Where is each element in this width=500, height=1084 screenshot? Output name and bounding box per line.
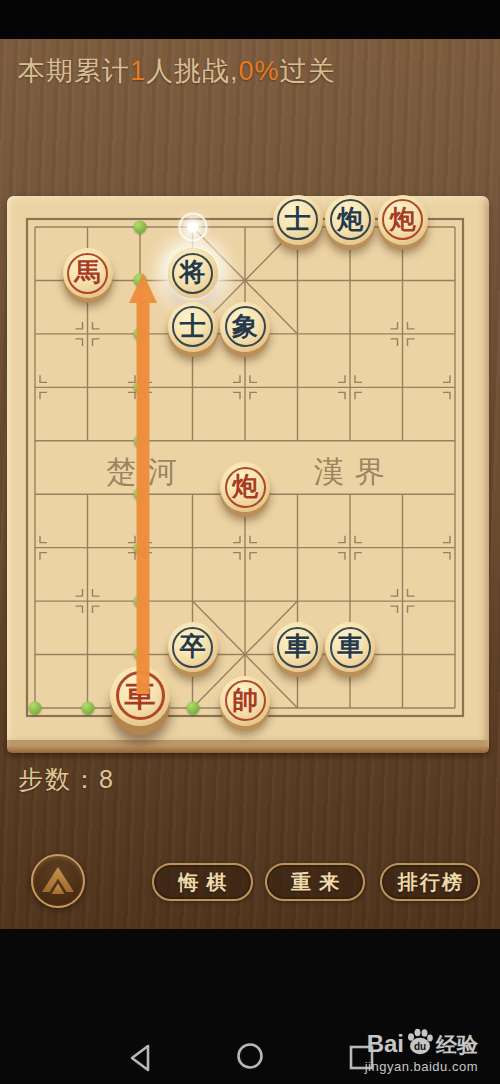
point-c4-r3[interactable] [219,361,272,414]
point-c7-r4[interactable] [376,414,429,467]
challenger-count: 1 [130,56,146,86]
point-c5-r9[interactable] [271,681,324,734]
point-c2-r0[interactable] [114,200,167,253]
point-c7-r1[interactable] [376,254,429,307]
point-c6-r2[interactable] [324,307,377,360]
point-c5-r4[interactable] [271,414,324,467]
point-c7-r3[interactable] [376,361,429,414]
piece-black-chariot[interactable]: 車 [273,622,323,672]
point-c0-r4[interactable] [9,414,62,467]
point-c3-r4[interactable] [166,414,219,467]
point-c1-r9[interactable] [61,681,114,734]
point-c4-r7[interactable] [219,574,272,627]
point-c5-r6[interactable] [271,521,324,574]
collapse-panel-button[interactable] [31,854,85,908]
legal-move-dot[interactable] [134,381,147,394]
point-c4-r0[interactable] [219,200,272,253]
watermark-du: du [414,1041,426,1052]
move-counter: 步数：8 [18,763,115,796]
move-count-value: 8 [99,765,115,793]
point-c0-r5[interactable] [9,467,62,520]
point-c8-r1[interactable] [429,254,482,307]
point-c8-r5[interactable] [429,467,482,520]
point-c0-r1[interactable] [9,254,62,307]
point-c2-r2[interactable] [114,307,167,360]
point-c3-r7[interactable] [166,574,219,627]
piece-black-advisor[interactable]: 士 [168,302,218,352]
point-c5-r8[interactable]: 車 [271,628,324,681]
legal-move-dot[interactable] [134,648,147,661]
point-c3-r6[interactable] [166,521,219,574]
point-c8-r3[interactable] [429,361,482,414]
point-c2-r7[interactable] [114,574,167,627]
board-surface: 楚河 漢界 士炮炮馬将士象炮卒車車車帥 [7,196,489,740]
watermark-url: jingyan.baidu.com [365,1059,478,1074]
point-c4-r4[interactable] [219,414,272,467]
point-c0-r9[interactable] [9,681,62,734]
leaderboard-button[interactable]: 排行榜 [380,863,480,901]
baidu-jingyan-watermark: Bai du 经验 jingyan.baidu.com [365,1028,478,1074]
piece-red-chariot[interactable]: 車 [110,666,170,726]
point-c8-r0[interactable] [429,200,482,253]
legal-move-dot[interactable] [29,701,42,714]
point-c6-r9[interactable] [324,681,377,734]
baidu-paw-icon: du [406,1028,434,1056]
point-c3-r2[interactable]: 士 [166,307,219,360]
status-bar-area [0,0,500,39]
point-c0-r3[interactable] [9,361,62,414]
point-c6-r5[interactable] [324,467,377,520]
point-c4-r1[interactable] [219,254,272,307]
watermark-bai: Bai [367,1032,404,1056]
point-c2-r3[interactable] [114,361,167,414]
point-c2-r4[interactable] [114,414,167,467]
point-c1-r2[interactable] [61,307,114,360]
home-circle-icon[interactable] [237,1043,265,1071]
piece-red-general[interactable]: 帥 [220,676,270,726]
legal-move-dot[interactable] [186,701,199,714]
point-c7-r0[interactable]: 炮 [376,200,429,253]
watermark-jingyan: 经验 [436,1034,478,1056]
point-c1-r4[interactable] [61,414,114,467]
point-c6-r3[interactable] [324,361,377,414]
pass-rate: 0% [239,56,280,86]
point-c7-r5[interactable] [376,467,429,520]
point-c7-r9[interactable] [376,681,429,734]
point-c5-r3[interactable] [271,361,324,414]
point-c3-r9[interactable] [166,681,219,734]
point-c8-r4[interactable] [429,414,482,467]
piece-black-elephant[interactable]: 象 [220,302,270,352]
point-c1-r3[interactable] [61,361,114,414]
point-c1-r1[interactable]: 馬 [61,254,114,307]
point-c4-r5[interactable]: 炮 [219,467,272,520]
point-c8-r9[interactable] [429,681,482,734]
point-c6-r8[interactable]: 車 [324,628,377,681]
point-c7-r2[interactable] [376,307,429,360]
point-c7-r8[interactable] [376,628,429,681]
point-c0-r8[interactable] [9,628,62,681]
point-c2-r1[interactable] [114,254,167,307]
point-c6-r6[interactable] [324,521,377,574]
legal-move-dot[interactable] [134,595,147,608]
point-c3-r5[interactable] [166,467,219,520]
point-c3-r0[interactable] [166,200,219,253]
point-c7-r7[interactable] [376,574,429,627]
chevron-up-icon [38,861,78,901]
point-c8-r6[interactable] [429,521,482,574]
point-c3-r3[interactable] [166,361,219,414]
point-c4-r8[interactable] [219,628,272,681]
restart-button[interactable]: 重来 [265,863,365,901]
point-c5-r5[interactable] [271,467,324,520]
point-c2-r6[interactable] [114,521,167,574]
piece-black-general[interactable]: 将 [168,248,218,298]
piece-red-cannon[interactable]: 炮 [220,462,270,512]
point-c7-r6[interactable] [376,521,429,574]
legal-move-dot[interactable] [134,434,147,447]
legal-move-dot[interactable] [134,274,147,287]
point-c6-r7[interactable] [324,574,377,627]
piece-black-chariot[interactable]: 車 [325,622,375,672]
legal-move-dot[interactable] [81,701,94,714]
point-c3-r1[interactable]: 将 [166,254,219,307]
undo-move-button[interactable]: 悔棋 [152,863,253,901]
point-c5-r0[interactable]: 士 [271,200,324,253]
point-c6-r0[interactable]: 炮 [324,200,377,253]
point-c0-r7[interactable] [9,574,62,627]
point-c1-r5[interactable] [61,467,114,520]
legal-move-dot[interactable] [134,220,147,233]
piece-red-horse[interactable]: 馬 [63,248,113,298]
piece-red-cannon[interactable]: 炮 [378,195,428,245]
xiangqi-board: 楚河 漢界 士炮炮馬将士象炮卒車車車帥 [7,196,489,753]
point-c4-r2[interactable]: 象 [219,307,272,360]
point-c8-r7[interactable] [429,574,482,627]
point-c5-r7[interactable] [271,574,324,627]
point-c0-r2[interactable] [9,307,62,360]
point-c1-r8[interactable] [61,628,114,681]
point-c6-r4[interactable] [324,414,377,467]
point-c1-r6[interactable] [61,521,114,574]
point-c8-r8[interactable] [429,628,482,681]
board-points-grid: 士炮炮馬将士象炮卒車車車帥 [9,200,482,734]
point-c4-r6[interactable] [219,521,272,574]
point-c6-r1[interactable] [324,254,377,307]
point-c4-r9[interactable]: 帥 [219,681,272,734]
point-c1-r7[interactable] [61,574,114,627]
challenge-stats-text: 本期累计1人挑战,0%过关 [18,53,488,89]
point-c2-r5[interactable] [114,467,167,520]
point-c1-r0[interactable] [61,200,114,253]
piece-black-advisor[interactable]: 士 [273,195,323,245]
piece-black-cannon[interactable]: 炮 [325,195,375,245]
point-c3-r8[interactable]: 卒 [166,628,219,681]
legal-move-dot[interactable] [134,488,147,501]
point-c0-r0[interactable] [9,200,62,253]
back-triangle-icon[interactable] [127,1043,155,1073]
point-c0-r6[interactable] [9,521,62,574]
point-c5-r1[interactable] [271,254,324,307]
piece-black-soldier[interactable]: 卒 [168,622,218,672]
board-front-edge [7,740,489,753]
point-c8-r2[interactable] [429,307,482,360]
legal-move-dot[interactable] [134,541,147,554]
point-c5-r2[interactable] [271,307,324,360]
legal-move-dot[interactable] [134,327,147,340]
point-c2-r9[interactable]: 車 [114,681,167,734]
